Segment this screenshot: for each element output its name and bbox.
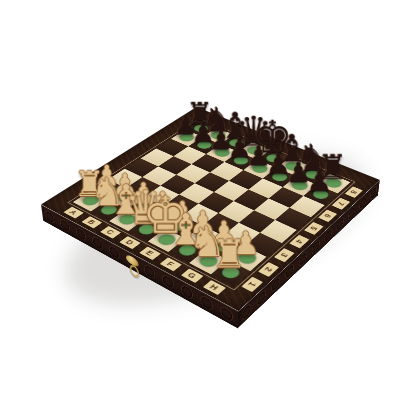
rank-label-5: 5 [304,221,323,234]
rank-label-2: 2 [258,262,279,277]
file-label-b: B [82,216,103,228]
rook-glyph: ♜ [203,235,255,274]
file-label-h: H [203,280,226,295]
chess-board: ABCDEFGH 87654321 ♜♞♝♛♚♝♞♜♟♟♟♟♟♟♟♟♟♟♟♟♟♟… [41,107,380,311]
file-label-c: C [100,226,121,239]
rank-label-6: 6 [318,209,337,221]
file-label-g: G [181,268,204,282]
pawn-glyph: ♟ [297,167,343,196]
chess-scene: ABCDEFGH 87654321 ♜♞♝♛♚♝♞♜♟♟♟♟♟♟♟♟♟♟♟♟♟♟… [0,0,400,400]
file-label-a: A [63,206,83,218]
rank-label-8: 8 [345,186,363,198]
rank-label-7: 7 [332,197,351,209]
rank-label-1: 1 [241,276,263,291]
file-label-e: E [139,246,161,259]
file-label-d: D [119,236,140,249]
rank-label-4: 4 [289,234,309,248]
chess-set-photo: ABCDEFGH 87654321 ♜♞♝♛♚♝♞♜♟♟♟♟♟♟♟♟♟♟♟♟♟♟… [0,0,400,400]
file-label-f: F [160,257,182,271]
rank-label-3: 3 [274,248,295,262]
